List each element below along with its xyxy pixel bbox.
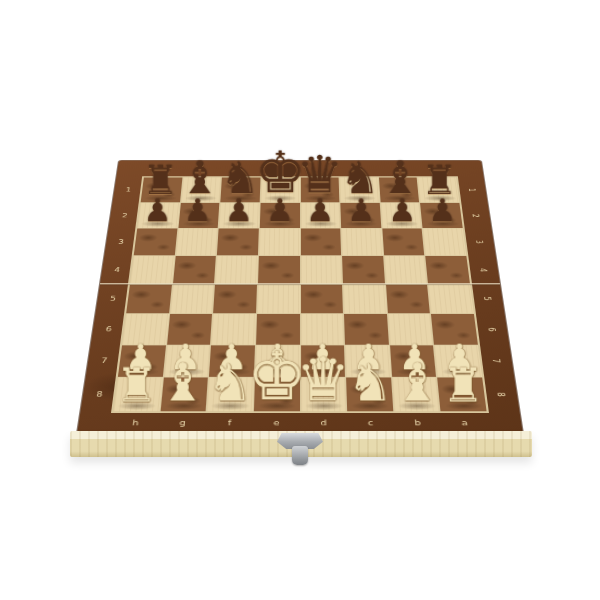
square-e5 bbox=[257, 284, 300, 313]
latch-clasp-tongue bbox=[292, 446, 308, 465]
square-c8: ♞ bbox=[346, 378, 393, 411]
square-d8: ♛ bbox=[301, 378, 347, 411]
file-label-d: d bbox=[300, 413, 347, 433]
chessboard: ♜♝♞♚♛♞♝♜♟♟♟♟♟♟♟♟♟♟♟♟♟♟♟♟♜♝♞♚♛♞♝♜ 1234567… bbox=[77, 161, 524, 437]
square-c3 bbox=[341, 229, 383, 256]
rank-label-right-3: 3 bbox=[457, 232, 501, 251]
square-c5 bbox=[343, 284, 387, 313]
product-photo: ♜♝♞♚♛♞♝♜♟♟♟♟♟♟♟♟♟♟♟♟♟♟♟♟♜♝♞♚♛♞♝♜ 1234567… bbox=[0, 0, 600, 600]
piece-white-bishop-g8: ♝ bbox=[160, 358, 207, 408]
square-g5 bbox=[170, 284, 214, 313]
piece-black-pawn-g2: ♟ bbox=[184, 195, 212, 225]
square-e4 bbox=[258, 256, 300, 284]
piece-black-pawn-h2: ♟ bbox=[143, 195, 171, 225]
file-label-c: c bbox=[347, 413, 395, 433]
rank-label-left-1: 1 bbox=[112, 178, 143, 203]
piece-black-pawn-d2: ♟ bbox=[306, 195, 334, 225]
piece-black-pawn-f2: ♟ bbox=[225, 195, 253, 225]
square-e8: ♚ bbox=[254, 378, 300, 411]
rank-label-right-4: 4 bbox=[461, 260, 506, 280]
rank-label-left-4: 4 bbox=[100, 256, 134, 284]
square-h3 bbox=[134, 229, 177, 256]
fold-seam bbox=[100, 283, 500, 284]
rank-label-left-5: 5 bbox=[95, 284, 130, 314]
square-g4 bbox=[173, 256, 216, 284]
piece-black-pawn-b2: ♟ bbox=[388, 195, 416, 225]
piece-white-queen-d8: ♛ bbox=[296, 351, 350, 408]
square-g8: ♝ bbox=[160, 378, 208, 411]
file-label-h: h bbox=[111, 413, 160, 433]
playing-grid: ♜♝♞♚♛♞♝♜♟♟♟♟♟♟♟♟♟♟♟♟♟♟♟♟♜♝♞♚♛♞♝♜ bbox=[113, 178, 486, 412]
square-h2: ♟ bbox=[137, 203, 179, 228]
square-b2: ♟ bbox=[380, 203, 422, 228]
file-label-e: e bbox=[253, 413, 300, 433]
square-g3 bbox=[175, 229, 217, 256]
square-a8: ♜ bbox=[438, 378, 487, 411]
piece-white-rook-a8: ♜ bbox=[442, 363, 484, 408]
square-f4 bbox=[215, 256, 258, 284]
square-f3 bbox=[217, 229, 259, 256]
square-d3 bbox=[300, 229, 341, 256]
rank-label-left-3: 3 bbox=[104, 228, 137, 255]
square-d4 bbox=[300, 256, 342, 284]
piece-white-rook-h8: ♜ bbox=[115, 363, 157, 408]
square-b3 bbox=[382, 229, 424, 256]
piece-black-pawn-c2: ♟ bbox=[347, 195, 375, 225]
piece-black-pawn-a2: ♟ bbox=[428, 195, 456, 225]
file-label-a: a bbox=[440, 413, 489, 433]
square-d5 bbox=[301, 284, 344, 313]
square-c4 bbox=[342, 256, 385, 284]
piece-white-knight-c8: ♞ bbox=[347, 359, 393, 408]
file-label-b: b bbox=[393, 413, 442, 433]
square-h8: ♜ bbox=[113, 378, 162, 411]
file-label-g: g bbox=[158, 413, 207, 433]
square-h5 bbox=[126, 284, 171, 313]
piece-white-bishop-b8: ♝ bbox=[393, 358, 440, 408]
square-f5 bbox=[213, 284, 257, 313]
rank-label-left-8: 8 bbox=[81, 377, 118, 411]
square-b5 bbox=[386, 284, 430, 313]
file-label-f: f bbox=[205, 413, 253, 433]
square-e2: ♟ bbox=[260, 203, 300, 228]
rank-label-right-2: 2 bbox=[454, 206, 497, 224]
rank-label-left-6: 6 bbox=[91, 314, 126, 345]
square-b4 bbox=[384, 256, 427, 284]
piece-black-pawn-e2: ♟ bbox=[265, 195, 293, 225]
square-h4 bbox=[130, 256, 174, 284]
square-a2: ♟ bbox=[420, 203, 462, 228]
rank-label-left-2: 2 bbox=[109, 202, 141, 228]
square-e3 bbox=[259, 229, 300, 256]
square-b8: ♝ bbox=[392, 378, 440, 411]
square-f2: ♟ bbox=[219, 203, 260, 228]
square-g2: ♟ bbox=[178, 203, 220, 228]
square-c2: ♟ bbox=[340, 203, 381, 228]
square-d2: ♟ bbox=[300, 203, 340, 228]
